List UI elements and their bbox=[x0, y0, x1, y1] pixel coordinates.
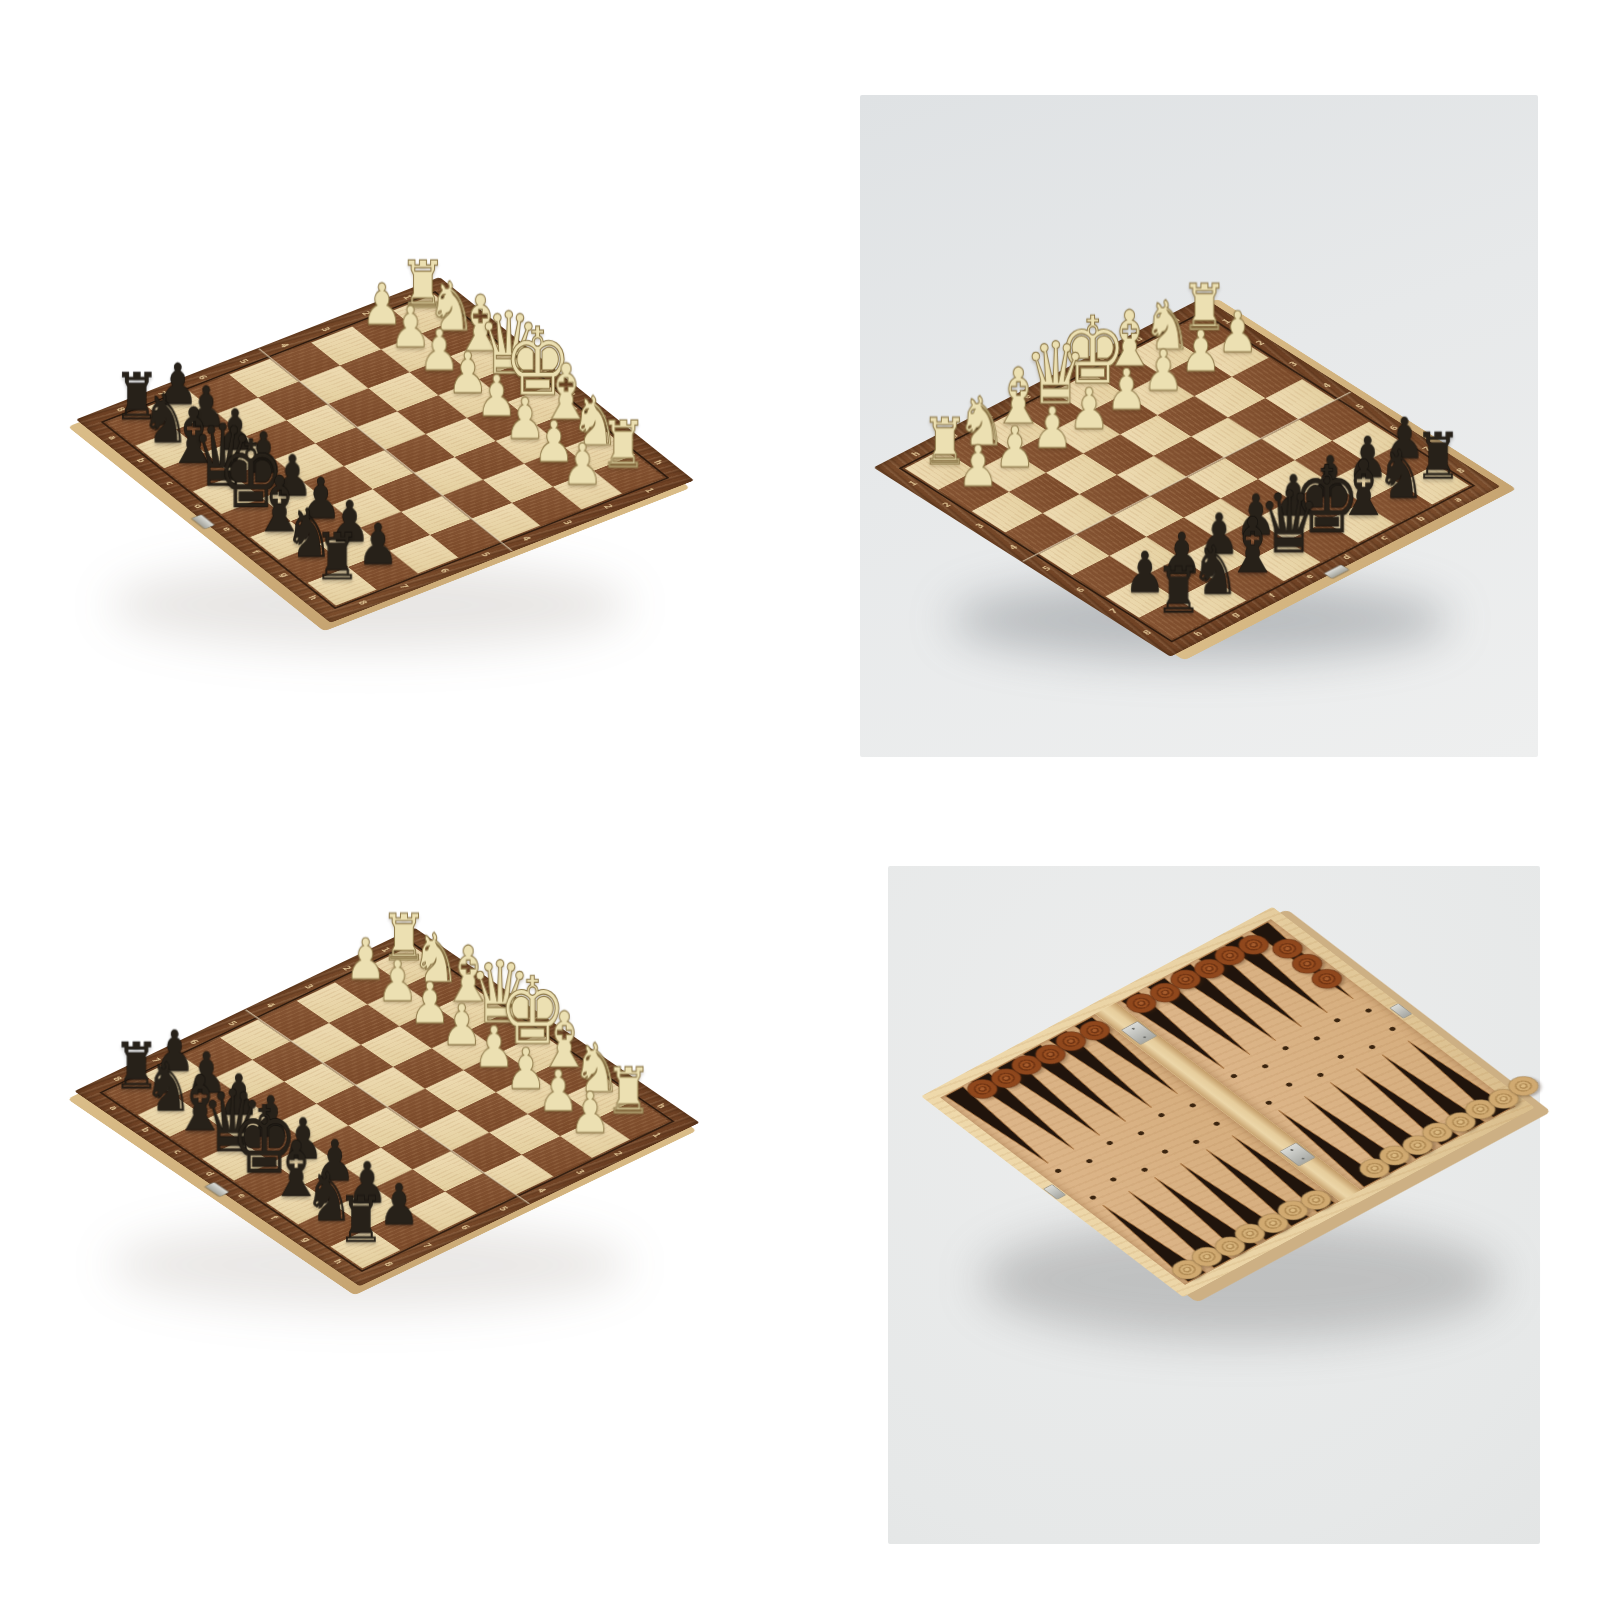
square bbox=[1328, 462, 1399, 502]
black-bishop-glyph: ♝ bbox=[1323, 452, 1404, 525]
file-label: a bbox=[448, 296, 468, 308]
square bbox=[399, 1008, 469, 1048]
square bbox=[1254, 500, 1325, 540]
file-label: b bbox=[131, 455, 151, 467]
black-pawn-glyph: ♟ bbox=[294, 1134, 375, 1188]
black-rook-glyph: ♜ bbox=[95, 1036, 176, 1097]
square bbox=[524, 448, 594, 487]
square bbox=[1150, 477, 1221, 517]
file-label: g bbox=[943, 429, 964, 441]
white-pawn-glyph: ♟ bbox=[341, 278, 422, 332]
white-bishop-glyph: ♝ bbox=[427, 939, 508, 1012]
square bbox=[457, 1092, 527, 1132]
square bbox=[1213, 560, 1284, 600]
square bbox=[229, 358, 299, 397]
square bbox=[1090, 353, 1161, 393]
square bbox=[262, 482, 332, 521]
white-bishop-glyph: ♝ bbox=[440, 288, 521, 361]
black-knight-glyph: ♞ bbox=[1175, 538, 1256, 602]
clasp-latch bbox=[205, 1182, 230, 1197]
file-label: g bbox=[274, 569, 294, 581]
square bbox=[205, 436, 275, 475]
rank-label: 6 bbox=[1383, 422, 1404, 434]
square bbox=[275, 443, 345, 482]
black-pawn-glyph: ♟ bbox=[309, 495, 390, 549]
white-pawn-glyph: ♟ bbox=[357, 954, 438, 1008]
square bbox=[278, 1103, 348, 1143]
square bbox=[942, 430, 1013, 470]
square bbox=[279, 544, 349, 583]
square bbox=[332, 489, 402, 528]
square bbox=[536, 409, 606, 448]
rank-label: 8 bbox=[107, 1073, 127, 1085]
file-label: d bbox=[1336, 551, 1357, 563]
black-pawn-glyph: ♟ bbox=[134, 1025, 215, 1079]
square bbox=[438, 379, 508, 418]
square bbox=[1194, 377, 1265, 417]
white-pawn-glyph: ♟ bbox=[974, 420, 1055, 474]
black-bishop-glyph: ♝ bbox=[153, 400, 234, 473]
rank-label: 8 bbox=[111, 404, 131, 416]
square bbox=[107, 407, 177, 446]
square bbox=[1113, 496, 1184, 536]
square bbox=[451, 1132, 521, 1172]
square bbox=[266, 1184, 336, 1224]
file-label: e bbox=[1017, 391, 1038, 403]
white-knight-glyph: ♞ bbox=[395, 926, 476, 990]
white-pawn-glyph: ♟ bbox=[485, 1042, 566, 1096]
white-knight-glyph: ♞ bbox=[556, 1035, 637, 1099]
rank-label: 5 bbox=[233, 355, 253, 367]
square bbox=[483, 464, 553, 503]
square bbox=[1012, 432, 1083, 472]
white-pawn-glyph: ♟ bbox=[370, 301, 451, 355]
square bbox=[328, 388, 398, 427]
square bbox=[1399, 464, 1470, 504]
square bbox=[176, 1078, 246, 1118]
file-label: b bbox=[458, 968, 478, 980]
square bbox=[479, 363, 549, 402]
square bbox=[272, 1144, 342, 1184]
square bbox=[285, 1063, 355, 1103]
square bbox=[297, 982, 367, 1022]
file-label: d bbox=[188, 500, 208, 512]
white-pawn-glyph: ♟ bbox=[513, 415, 594, 469]
square bbox=[972, 492, 1043, 532]
chess-board: aabbccddeeffgghh1122334455667788♜♞♝♛♚♝♞♜… bbox=[74, 928, 700, 1287]
square bbox=[1176, 579, 1247, 619]
square bbox=[234, 1162, 304, 1202]
square bbox=[373, 473, 443, 512]
square bbox=[1124, 375, 1195, 415]
square bbox=[1362, 483, 1433, 523]
frame-border-line bbox=[101, 291, 670, 609]
square bbox=[250, 521, 320, 560]
square bbox=[246, 1082, 316, 1122]
rank-label: 3 bbox=[1283, 358, 1304, 370]
rank-label: 1 bbox=[903, 478, 924, 490]
fold-seam bbox=[1022, 392, 1352, 563]
square bbox=[1298, 400, 1369, 440]
file-label: f bbox=[587, 1056, 607, 1068]
square bbox=[367, 986, 437, 1026]
black-king-glyph: ♚ bbox=[224, 1096, 305, 1185]
square bbox=[1217, 520, 1288, 560]
walnut-frame bbox=[74, 928, 700, 1287]
squares-grid bbox=[106, 946, 669, 1269]
square bbox=[1139, 598, 1210, 638]
square bbox=[360, 512, 430, 551]
square bbox=[566, 1077, 636, 1117]
black-pawn-glyph: ♟ bbox=[251, 449, 332, 503]
square bbox=[598, 1099, 668, 1139]
white-rook-glyph: ♜ bbox=[363, 907, 444, 968]
file-label: c bbox=[167, 1146, 187, 1158]
square bbox=[317, 1085, 387, 1125]
black-queen-glyph: ♛ bbox=[182, 415, 263, 497]
rank-label: 6 bbox=[455, 1221, 475, 1233]
black-pawn-glyph: ♟ bbox=[1290, 450, 1371, 504]
square bbox=[1180, 539, 1251, 579]
black-bishop-glyph: ♝ bbox=[256, 1134, 337, 1207]
square bbox=[1146, 517, 1217, 557]
square bbox=[214, 1060, 284, 1100]
file-label: d bbox=[522, 1012, 542, 1024]
file-label: a bbox=[102, 432, 122, 444]
white-bishop-glyph: ♝ bbox=[525, 357, 606, 430]
file-label: c bbox=[159, 477, 179, 489]
square bbox=[1187, 458, 1258, 498]
fold-seam bbox=[244, 1010, 530, 1205]
rank-label: 3 bbox=[970, 520, 991, 532]
black-pawn-glyph: ♟ bbox=[1178, 508, 1259, 562]
square bbox=[287, 404, 357, 443]
square bbox=[220, 1019, 290, 1059]
black-pawn-glyph: ♟ bbox=[230, 1090, 311, 1144]
square bbox=[344, 450, 414, 489]
square bbox=[1161, 356, 1232, 396]
square bbox=[414, 457, 484, 496]
square bbox=[553, 471, 623, 510]
file-label: h bbox=[303, 592, 323, 604]
photo-chess-angle-2: hhggffeeddccbbaa1122334455667788♜♞♝♛♚♝♞♜… bbox=[800, 0, 1600, 800]
white-pawn-glyph: ♟ bbox=[518, 1064, 599, 1118]
rank-label: 4 bbox=[260, 999, 280, 1011]
file-label: c bbox=[1373, 532, 1394, 544]
rank-label: 7 bbox=[145, 1054, 165, 1066]
black-pawn-glyph: ♟ bbox=[166, 1047, 247, 1101]
square bbox=[470, 1011, 540, 1051]
square bbox=[352, 310, 422, 349]
black-pawn-glyph: ♟ bbox=[1215, 489, 1296, 543]
file-label: c bbox=[490, 990, 510, 1002]
square bbox=[489, 1114, 559, 1154]
rank-label: 2 bbox=[608, 1148, 628, 1160]
rank-label: 1 bbox=[1216, 316, 1237, 328]
rank-label: 1 bbox=[639, 485, 659, 497]
rank-label: 4 bbox=[274, 339, 294, 351]
black-rook-glyph: ♜ bbox=[96, 367, 177, 428]
rank-label: 1 bbox=[646, 1129, 666, 1141]
square bbox=[385, 434, 455, 473]
white-pawn-glyph: ♟ bbox=[453, 1020, 534, 1074]
white-pawn-glyph: ♟ bbox=[427, 346, 508, 400]
square bbox=[299, 365, 369, 404]
black-rook-glyph: ♜ bbox=[1137, 560, 1218, 621]
rank-label: 5 bbox=[475, 549, 495, 561]
square bbox=[430, 519, 500, 558]
rank-label: 4 bbox=[1003, 541, 1024, 553]
square bbox=[1157, 396, 1228, 436]
square bbox=[938, 471, 1009, 511]
file-label: g bbox=[296, 1234, 316, 1246]
black-pawn-glyph: ♟ bbox=[1327, 431, 1408, 485]
file-label: f bbox=[980, 410, 1001, 422]
chess-board: aabbccddeeffgghh1122334455667788♜♞♝♛♚♝♞♜… bbox=[76, 277, 694, 623]
square bbox=[303, 466, 373, 505]
square bbox=[471, 503, 541, 542]
square bbox=[1128, 334, 1199, 374]
square bbox=[445, 1173, 515, 1213]
square bbox=[1365, 443, 1436, 483]
white-knight-glyph: ♞ bbox=[411, 274, 492, 339]
white-pawn-glyph: ♟ bbox=[1123, 344, 1204, 398]
rank-label: 2 bbox=[1250, 337, 1271, 349]
square bbox=[1265, 379, 1336, 419]
rank-label: 7 bbox=[1103, 605, 1124, 617]
black-king-glyph: ♚ bbox=[210, 430, 291, 519]
white-pawn-glyph: ♟ bbox=[1160, 325, 1241, 379]
square bbox=[307, 567, 377, 606]
square bbox=[1109, 537, 1180, 577]
square bbox=[311, 326, 381, 365]
square bbox=[349, 1107, 419, 1147]
black-pawn-glyph: ♟ bbox=[194, 404, 275, 458]
square bbox=[401, 496, 471, 535]
black-knight-glyph: ♞ bbox=[268, 501, 349, 566]
file-label: f bbox=[1262, 590, 1283, 602]
square bbox=[565, 432, 635, 471]
rank-label: 6 bbox=[434, 565, 454, 577]
square bbox=[1220, 479, 1291, 519]
square bbox=[496, 1074, 566, 1114]
square bbox=[407, 1191, 477, 1231]
white-pawn-glyph: ♟ bbox=[1085, 363, 1166, 417]
square bbox=[1105, 577, 1176, 617]
black-knight-glyph: ♞ bbox=[124, 386, 205, 451]
square bbox=[291, 505, 361, 544]
black-knight-glyph: ♞ bbox=[288, 1164, 369, 1228]
square bbox=[221, 498, 291, 537]
square bbox=[348, 551, 418, 590]
file-label: c bbox=[1091, 352, 1112, 364]
black-pawn-glyph: ♟ bbox=[137, 358, 218, 412]
white-queen-glyph: ♛ bbox=[468, 302, 549, 384]
square bbox=[258, 381, 328, 420]
file-label: e bbox=[1299, 570, 1320, 582]
rank-label: 2 bbox=[337, 962, 357, 974]
square bbox=[483, 1154, 553, 1194]
square bbox=[1142, 558, 1213, 598]
rank-label: 7 bbox=[152, 388, 172, 400]
square bbox=[1291, 481, 1362, 521]
black-knight-glyph: ♞ bbox=[1360, 442, 1441, 506]
white-pawn-glyph: ♟ bbox=[325, 933, 406, 987]
square bbox=[410, 356, 480, 395]
square bbox=[1250, 541, 1321, 581]
square bbox=[502, 1033, 572, 1073]
file-label: b bbox=[476, 319, 496, 331]
rank-label: 1 bbox=[375, 944, 395, 956]
rank-label: 1 bbox=[397, 291, 417, 303]
rank-label: 3 bbox=[315, 323, 335, 335]
white-pawn-glyph: ♟ bbox=[937, 440, 1018, 494]
square bbox=[315, 427, 385, 466]
white-pawn-glyph: ♟ bbox=[1048, 382, 1129, 436]
black-queen-glyph: ♛ bbox=[192, 1081, 273, 1163]
file-label: h bbox=[1188, 628, 1209, 640]
black-pawn-glyph: ♟ bbox=[262, 1112, 343, 1166]
square bbox=[356, 411, 426, 450]
square bbox=[1258, 460, 1329, 500]
square bbox=[381, 1129, 451, 1169]
black-pawn-glyph: ♟ bbox=[337, 518, 418, 572]
square bbox=[422, 317, 492, 356]
file-label: g bbox=[620, 434, 640, 446]
white-queen-glyph: ♛ bbox=[459, 952, 540, 1034]
rank-label: 4 bbox=[516, 533, 536, 545]
black-knight-glyph: ♞ bbox=[127, 1055, 208, 1119]
square bbox=[1016, 392, 1087, 432]
square bbox=[182, 1038, 252, 1078]
square bbox=[512, 487, 582, 526]
square bbox=[1191, 417, 1262, 457]
walnut-frame bbox=[76, 277, 694, 623]
white-pawn-glyph: ♟ bbox=[389, 976, 470, 1030]
square bbox=[450, 340, 520, 379]
rank-label: 8 bbox=[353, 597, 373, 609]
file-label: h bbox=[651, 1100, 671, 1112]
square bbox=[373, 946, 443, 986]
square bbox=[1295, 441, 1366, 481]
black-pawn-glyph: ♟ bbox=[198, 1069, 279, 1123]
square bbox=[393, 294, 463, 333]
file-label: b bbox=[1410, 513, 1431, 525]
white-rook-glyph: ♜ bbox=[588, 1061, 669, 1122]
white-rook-glyph: ♜ bbox=[382, 255, 463, 316]
square bbox=[426, 418, 496, 457]
square bbox=[1076, 515, 1147, 555]
rank-label: 8 bbox=[1137, 627, 1158, 639]
square bbox=[304, 1166, 374, 1206]
file-label: d bbox=[534, 365, 554, 377]
square bbox=[397, 395, 467, 434]
file-label: g bbox=[619, 1078, 639, 1090]
square bbox=[1005, 513, 1076, 553]
rank-label: 2 bbox=[598, 501, 618, 513]
square bbox=[1009, 473, 1080, 513]
file-label: h bbox=[906, 448, 927, 460]
square bbox=[495, 425, 565, 464]
square bbox=[320, 528, 390, 567]
square bbox=[455, 441, 525, 480]
square bbox=[1154, 437, 1225, 477]
frame-border-line bbox=[99, 942, 674, 1272]
photo-backgammon-box bbox=[800, 800, 1600, 1600]
square bbox=[1039, 535, 1110, 575]
file-label: a bbox=[1165, 314, 1186, 326]
square bbox=[355, 1067, 425, 1107]
square bbox=[240, 1122, 310, 1162]
file-label: b bbox=[1128, 333, 1149, 345]
square bbox=[405, 967, 475, 1007]
white-king-glyph: ♚ bbox=[492, 967, 573, 1056]
square bbox=[419, 1111, 489, 1151]
square bbox=[1083, 434, 1154, 474]
white-pawn-glyph: ♟ bbox=[421, 998, 502, 1052]
square bbox=[335, 964, 405, 1004]
square bbox=[381, 333, 451, 372]
square bbox=[425, 1070, 495, 1110]
square bbox=[1050, 413, 1121, 453]
black-pawn-glyph: ♟ bbox=[223, 426, 304, 480]
white-pawn-glyph: ♟ bbox=[542, 438, 623, 492]
white-pawn-glyph: ♟ bbox=[1011, 401, 1092, 455]
square bbox=[217, 397, 287, 436]
square bbox=[467, 402, 537, 441]
white-pawn-glyph: ♟ bbox=[485, 392, 566, 446]
rank-label: 6 bbox=[184, 1036, 204, 1048]
rank-label: 4 bbox=[1317, 380, 1338, 392]
square bbox=[252, 1041, 322, 1081]
square bbox=[1120, 415, 1191, 455]
rank-label: 8 bbox=[378, 1258, 398, 1270]
square bbox=[905, 449, 976, 489]
square bbox=[234, 459, 304, 498]
photo-chess-angle-3: aabbccddeeffgghh1122334455667788♜♞♝♛♚♝♞♜… bbox=[0, 800, 800, 1600]
square bbox=[442, 480, 512, 519]
rank-label: 6 bbox=[193, 372, 213, 384]
square bbox=[1042, 494, 1113, 534]
file-label: b bbox=[135, 1124, 155, 1136]
rank-label: 7 bbox=[394, 581, 414, 593]
square bbox=[259, 1001, 329, 1041]
fold-seam bbox=[257, 349, 512, 552]
square bbox=[323, 1045, 393, 1085]
square bbox=[1165, 315, 1236, 355]
rank-label: 3 bbox=[557, 517, 577, 529]
square bbox=[1228, 398, 1299, 438]
square bbox=[340, 349, 410, 388]
rank-label: 5 bbox=[1037, 563, 1058, 575]
rank-label: 3 bbox=[298, 981, 318, 993]
file-label: h bbox=[328, 1256, 348, 1268]
file-label: e bbox=[231, 1190, 251, 1202]
square bbox=[375, 1169, 445, 1209]
square bbox=[135, 429, 205, 468]
black-bishop-glyph: ♝ bbox=[239, 469, 320, 542]
file-label: a bbox=[426, 946, 446, 958]
square bbox=[246, 420, 316, 459]
square bbox=[534, 1055, 604, 1095]
square bbox=[438, 989, 508, 1029]
square bbox=[361, 1026, 431, 1066]
photo-chess-angle-1: aabbccddeeffgghh1122334455667788♜♞♝♛♚♝♞♜… bbox=[0, 0, 800, 800]
rank-label: 8 bbox=[1450, 465, 1471, 477]
square bbox=[1183, 498, 1254, 538]
rank-label: 4 bbox=[531, 1184, 551, 1196]
square bbox=[170, 1118, 240, 1158]
